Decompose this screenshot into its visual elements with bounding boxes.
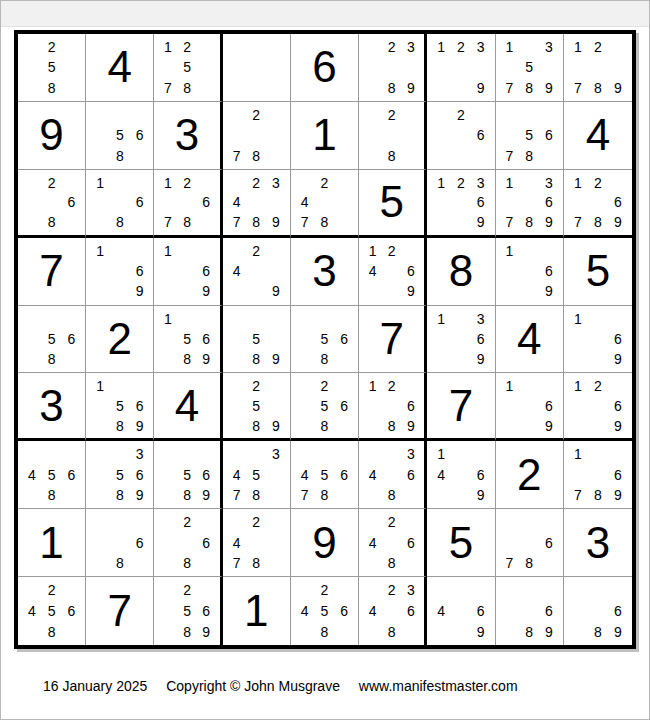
candidate-digit: 2 <box>246 173 266 193</box>
candidate-digit: 8 <box>382 145 401 165</box>
candidate-digit: 1 <box>158 37 177 57</box>
candidate-grid: 28 <box>359 102 424 169</box>
cell-r1c3[interactable]: 12578 <box>154 34 222 102</box>
candidate-digit: 8 <box>42 621 62 642</box>
candidate-digit: 3 <box>539 37 559 57</box>
candidate-digit: 8 <box>110 553 130 573</box>
cell-r6c8[interactable]: 169 <box>496 373 564 441</box>
candidate-digit: 4 <box>295 192 315 212</box>
cell-r4c8[interactable]: 169 <box>496 238 564 306</box>
candidate-digit: 6 <box>471 329 491 349</box>
cell-r6c6[interactable]: 12689 <box>359 373 427 441</box>
given-digit: 7 <box>86 577 153 645</box>
candidate-grid: 12469 <box>359 238 424 305</box>
candidate-digit: 8 <box>246 349 266 369</box>
cell-r7c9[interactable]: 16789 <box>564 441 632 509</box>
candidate-digit: 6 <box>334 329 354 349</box>
cell-r1c9[interactable]: 12789 <box>564 34 632 102</box>
candidate-digit: 9 <box>471 78 491 98</box>
candidate-digit: 5 <box>42 57 62 77</box>
cell-r7c1[interactable]: 4568 <box>18 441 86 509</box>
candidate-grid: 169 <box>564 306 632 373</box>
cell-r8c5[interactable]: 9 <box>291 509 359 577</box>
candidate-digit: 2 <box>382 241 401 261</box>
cell-r3c5[interactable]: 2478 <box>291 170 359 238</box>
given-digit: 3 <box>291 238 358 305</box>
candidate-digit: 9 <box>471 212 491 232</box>
candidate-digit: 9 <box>401 78 420 98</box>
candidate-grid: 35689 <box>86 441 153 508</box>
candidate-digit: 7 <box>568 78 588 98</box>
candidate-digit: 8 <box>246 212 266 232</box>
candidate-digit: 2 <box>246 105 266 125</box>
candidate-digit: 5 <box>110 396 130 416</box>
cell-r3c6[interactable]: 5 <box>359 170 427 238</box>
candidate-grid: 258 <box>18 34 85 101</box>
candidate-digit: 5 <box>246 396 266 416</box>
candidate-digit: 8 <box>519 145 539 165</box>
candidate-digit: 4 <box>227 192 247 212</box>
candidate-digit: 2 <box>315 376 335 396</box>
candidate-grid: 45678 <box>291 441 358 508</box>
cell-r1c7[interactable]: 1239 <box>427 34 495 102</box>
candidate-digit: 1 <box>158 173 177 193</box>
given-digit: 7 <box>359 306 424 373</box>
given-digit: 1 <box>291 102 358 169</box>
puzzle-page: 2584125786238912391357891278995683278128… <box>0 0 650 720</box>
cell-r5c3[interactable]: 15689 <box>154 306 222 374</box>
cell-r3c3[interactable]: 12678 <box>154 170 222 238</box>
cell-r6c4[interactable]: 2589 <box>223 373 291 441</box>
cell-r8c8[interactable]: 678 <box>496 509 564 577</box>
cell-r2c3[interactable]: 3 <box>154 102 222 170</box>
cell-r1c5[interactable]: 6 <box>291 34 359 102</box>
candidate-digit: 1 <box>431 309 451 329</box>
cell-r6c7[interactable]: 7 <box>427 373 495 441</box>
candidate-digit: 8 <box>315 621 335 642</box>
candidate-grid: 25689 <box>154 577 219 645</box>
candidate-digit: 5 <box>178 57 197 77</box>
candidate-digit: 1 <box>568 173 588 193</box>
candidate-digit: 8 <box>246 485 266 505</box>
cell-r4c2[interactable]: 169 <box>86 238 154 306</box>
cell-r5c7[interactable]: 1369 <box>427 306 495 374</box>
candidate-grid: 24568 <box>18 577 85 645</box>
candidate-digit: 1 <box>158 241 177 261</box>
candidate-digit: 5 <box>246 465 266 485</box>
candidate-digit: 9 <box>471 485 491 505</box>
given-digit: 7 <box>427 373 494 438</box>
candidate-digit: 1 <box>500 173 520 193</box>
candidate-digit: 4 <box>363 261 382 281</box>
cell-r2c2[interactable]: 568 <box>86 102 154 170</box>
candidate-digit: 1 <box>568 37 588 57</box>
candidate-digit: 6 <box>608 396 628 416</box>
candidate-grid: 15689 <box>86 373 153 438</box>
given-digit: 6 <box>291 34 358 101</box>
candidate-digit: 7 <box>158 78 177 98</box>
candidate-digit: 3 <box>266 444 286 464</box>
candidate-digit: 5 <box>110 465 130 485</box>
candidate-digit: 6 <box>539 125 559 145</box>
cell-r9c6[interactable]: 23468 <box>359 577 427 645</box>
candidate-digit: 8 <box>382 485 401 505</box>
cell-r7c3[interactable]: 5689 <box>154 441 222 509</box>
candidate-digit: 1 <box>500 241 520 261</box>
cell-r4c3[interactable]: 169 <box>154 238 222 306</box>
candidate-digit: 1 <box>568 376 588 396</box>
cell-r2c1[interactable]: 9 <box>18 102 86 170</box>
candidate-digit: 2 <box>42 580 62 601</box>
candidate-digit: 9 <box>608 485 628 505</box>
cell-r3c4[interactable]: 234789 <box>223 170 291 238</box>
candidate-digit: 8 <box>178 78 197 98</box>
candidate-digit: 6 <box>539 192 559 212</box>
candidate-digit: 6 <box>61 601 81 622</box>
cell-r8c3[interactable]: 268 <box>154 509 222 577</box>
candidate-digit: 9 <box>539 416 559 436</box>
candidate-grid: 278 <box>223 102 290 169</box>
cell-r1c6[interactable]: 2389 <box>359 34 427 102</box>
candidate-grid: 12578 <box>154 34 219 101</box>
cell-r7c7[interactable]: 1469 <box>427 441 495 509</box>
candidate-digit: 1 <box>90 376 110 396</box>
candidate-digit: 5 <box>110 125 130 145</box>
candidate-grid: 169 <box>496 373 563 438</box>
candidate-digit: 2 <box>382 37 401 57</box>
candidate-digit: 6 <box>130 261 150 281</box>
cell-r1c4[interactable] <box>223 34 291 102</box>
cell-r1c1[interactable]: 258 <box>18 34 86 102</box>
given-digit: 5 <box>427 509 494 576</box>
cell-r9c1[interactable]: 24568 <box>18 577 86 645</box>
candidate-digit: 8 <box>42 212 62 232</box>
cell-r8c1[interactable]: 1 <box>18 509 86 577</box>
candidate-digit: 4 <box>22 601 42 622</box>
cell-r8c9[interactable]: 3 <box>564 509 632 577</box>
given-digit: 5 <box>359 170 424 235</box>
candidate-digit: 9 <box>608 212 628 232</box>
candidate-grid: 169 <box>154 238 219 305</box>
cell-r4c6[interactable]: 12469 <box>359 238 427 306</box>
candidate-grid: 268 <box>154 509 219 576</box>
cell-r5c4[interactable]: 589 <box>223 306 291 374</box>
candidate-grid: 68 <box>86 509 153 576</box>
candidate-digit: 8 <box>315 416 335 436</box>
candidate-digit: 6 <box>401 601 420 622</box>
candidate-digit: 7 <box>227 212 247 232</box>
candidate-digit: 5 <box>315 465 335 485</box>
cell-r3c2[interactable]: 168 <box>86 170 154 238</box>
candidate-grid: 678 <box>496 509 563 576</box>
candidate-digit: 9 <box>608 78 628 98</box>
cell-r2c5[interactable]: 1 <box>291 102 359 170</box>
candidate-digit: 4 <box>295 601 315 622</box>
given-digit: 1 <box>18 509 85 576</box>
candidate-digit: 7 <box>158 212 177 232</box>
candidate-grid: 4568 <box>18 441 85 508</box>
candidate-digit: 6 <box>61 465 81 485</box>
cell-r1c8[interactable]: 135789 <box>496 34 564 102</box>
candidate-digit: 1 <box>90 241 110 261</box>
candidate-digit: 5 <box>178 465 197 485</box>
candidate-digit: 1 <box>500 37 520 57</box>
candidate-digit: 8 <box>246 145 266 165</box>
candidate-digit: 6 <box>539 396 559 416</box>
candidate-digit: 6 <box>197 533 216 553</box>
given-digit: 5 <box>564 238 632 305</box>
cell-r2c8[interactable]: 5678 <box>496 102 564 170</box>
candidate-digit: 9 <box>266 416 286 436</box>
candidate-digit: 7 <box>295 212 315 232</box>
candidate-digit: 6 <box>130 533 150 553</box>
candidate-digit: 6 <box>197 261 216 281</box>
candidate-digit: 6 <box>471 125 491 145</box>
candidate-grid: 169 <box>496 238 563 305</box>
candidate-digit: 3 <box>471 173 491 193</box>
candidate-digit: 8 <box>110 145 130 165</box>
given-digit: 1 <box>223 577 290 645</box>
cell-r7c6[interactable]: 3468 <box>359 441 427 509</box>
candidate-digit: 6 <box>539 533 559 553</box>
candidate-digit: 8 <box>519 621 539 642</box>
candidate-digit: 4 <box>431 465 451 485</box>
cell-r5c8[interactable]: 4 <box>496 306 564 374</box>
candidate-digit: 6 <box>61 192 81 212</box>
candidate-digit: 3 <box>539 173 559 193</box>
candidate-digit: 2 <box>246 376 266 396</box>
candidate-digit: 6 <box>401 261 420 281</box>
candidate-digit: 7 <box>568 212 588 232</box>
candidate-digit: 1 <box>431 37 451 57</box>
cell-r9c9[interactable]: 689 <box>564 577 632 645</box>
candidate-grid: 34578 <box>223 441 290 508</box>
cell-r6c5[interactable]: 2568 <box>291 373 359 441</box>
candidate-digit: 6 <box>608 329 628 349</box>
candidate-digit: 6 <box>61 329 81 349</box>
candidate-grid: 135789 <box>496 34 563 101</box>
candidate-grid: 1369 <box>427 306 494 373</box>
candidate-digit: 6 <box>334 601 354 622</box>
candidate-grid: 169 <box>86 238 153 305</box>
candidate-digit: 3 <box>401 580 420 601</box>
candidate-grid: 15689 <box>154 306 219 373</box>
given-digit: 9 <box>18 102 85 169</box>
candidate-digit: 8 <box>178 349 197 369</box>
candidate-grid: 689 <box>564 577 632 645</box>
candidate-digit: 4 <box>363 533 382 553</box>
given-digit: 2 <box>86 306 153 373</box>
candidate-digit: 5 <box>246 329 266 349</box>
candidate-digit: 4 <box>22 465 42 485</box>
candidate-digit: 2 <box>382 512 401 532</box>
candidate-grid: 234789 <box>223 170 290 235</box>
candidate-digit: 9 <box>608 349 628 369</box>
footer-date: 16 January 2025 <box>43 678 147 694</box>
candidate-digit: 3 <box>266 173 286 193</box>
candidate-digit: 5 <box>315 329 335 349</box>
candidate-digit: 2 <box>246 512 266 532</box>
candidate-digit: 5 <box>519 125 539 145</box>
candidate-digit: 6 <box>608 465 628 485</box>
candidate-digit: 8 <box>42 485 62 505</box>
candidate-grid: 26 <box>427 102 494 169</box>
candidate-digit: 4 <box>227 533 247 553</box>
candidate-grid: 568 <box>86 102 153 169</box>
candidate-digit: 2 <box>588 376 608 396</box>
cell-r9c5[interactable]: 24568 <box>291 577 359 645</box>
candidate-digit: 6 <box>401 533 420 553</box>
candidate-grid: 23468 <box>359 577 424 645</box>
candidate-digit: 8 <box>382 78 401 98</box>
candidate-grid: 589 <box>223 306 290 373</box>
candidate-digit: 9 <box>130 416 150 436</box>
cell-r8c7[interactable]: 5 <box>427 509 495 577</box>
candidate-digit: 5 <box>315 396 335 416</box>
given-digit: 4 <box>86 34 153 101</box>
candidate-digit: 6 <box>197 465 216 485</box>
candidate-digit: 8 <box>110 416 130 436</box>
cell-r7c2[interactable]: 35689 <box>86 441 154 509</box>
candidate-grid: 1239 <box>427 34 494 101</box>
candidate-digit: 8 <box>178 212 197 232</box>
cell-r3c7[interactable]: 12369 <box>427 170 495 238</box>
cell-r8c6[interactable]: 2468 <box>359 509 427 577</box>
candidate-digit: 8 <box>382 416 401 436</box>
candidate-digit: 9 <box>539 281 559 301</box>
cell-r5c2[interactable]: 2 <box>86 306 154 374</box>
cell-r4c9[interactable]: 5 <box>564 238 632 306</box>
candidate-digit: 2 <box>315 173 335 193</box>
candidate-digit: 8 <box>178 553 197 573</box>
candidate-digit: 2 <box>42 37 62 57</box>
candidate-digit: 2 <box>588 173 608 193</box>
candidate-grid: 2468 <box>359 509 424 576</box>
cell-r5c5[interactable]: 568 <box>291 306 359 374</box>
cell-r2c6[interactable]: 28 <box>359 102 427 170</box>
candidate-digit: 6 <box>197 192 216 212</box>
candidate-grid: 568 <box>291 306 358 373</box>
cell-r9c8[interactable]: 689 <box>496 577 564 645</box>
cell-r6c3[interactable]: 4 <box>154 373 222 441</box>
cell-r7c5[interactable]: 45678 <box>291 441 359 509</box>
cell-r3c8[interactable]: 136789 <box>496 170 564 238</box>
candidate-digit: 6 <box>401 465 420 485</box>
cell-r3c1[interactable]: 268 <box>18 170 86 238</box>
cell-r4c4[interactable]: 249 <box>223 238 291 306</box>
candidate-digit: 1 <box>363 376 382 396</box>
candidate-digit: 7 <box>227 145 247 165</box>
cell-r9c3[interactable]: 25689 <box>154 577 222 645</box>
cell-r6c2[interactable]: 15689 <box>86 373 154 441</box>
cell-r4c1[interactable]: 7 <box>18 238 86 306</box>
candidate-digit: 7 <box>227 485 247 505</box>
cell-r5c6[interactable]: 7 <box>359 306 427 374</box>
candidate-grid: 268 <box>18 170 85 235</box>
candidate-digit: 5 <box>178 601 197 622</box>
footer-website: www.manifestmaster.com <box>359 678 518 694</box>
candidate-digit: 8 <box>588 485 608 505</box>
candidate-digit: 5 <box>42 329 62 349</box>
candidate-digit: 9 <box>471 349 491 369</box>
candidate-digit: 9 <box>197 349 216 369</box>
given-digit: 8 <box>427 238 494 305</box>
given-digit: 9 <box>291 509 358 576</box>
candidate-grid: 2389 <box>359 34 424 101</box>
candidate-digit: 1 <box>90 173 110 193</box>
candidate-digit: 8 <box>588 621 608 642</box>
cell-r6c9[interactable]: 1269 <box>564 373 632 441</box>
candidate-digit: 7 <box>500 145 520 165</box>
cell-r9c4[interactable]: 1 <box>223 577 291 645</box>
candidate-digit: 4 <box>295 465 315 485</box>
cell-r4c7[interactable]: 8 <box>427 238 495 306</box>
candidate-digit: 9 <box>608 621 628 642</box>
candidate-digit: 3 <box>471 309 491 329</box>
cell-r8c2[interactable]: 68 <box>86 509 154 577</box>
cell-r8c4[interactable]: 2478 <box>223 509 291 577</box>
candidate-digit: 7 <box>227 553 247 573</box>
given-digit: 2 <box>496 441 563 508</box>
candidate-digit: 7 <box>500 553 520 573</box>
candidate-digit: 1 <box>431 173 451 193</box>
cell-r9c7[interactable]: 469 <box>427 577 495 645</box>
candidate-digit: 8 <box>519 212 539 232</box>
cell-r7c8[interactable]: 2 <box>496 441 564 509</box>
cell-r6c1[interactable]: 3 <box>18 373 86 441</box>
given-digit: 7 <box>18 238 85 305</box>
cell-r2c9[interactable]: 4 <box>564 102 632 170</box>
candidate-digit: 6 <box>197 329 216 349</box>
candidate-digit: 2 <box>315 580 335 601</box>
candidate-grid: 12789 <box>564 34 632 101</box>
candidate-digit: 9 <box>266 281 286 301</box>
candidate-grid: 136789 <box>496 170 563 235</box>
given-digit: 4 <box>496 306 563 373</box>
candidate-digit: 1 <box>431 444 451 464</box>
candidate-grid: 12369 <box>427 170 494 235</box>
candidate-digit: 2 <box>178 580 197 601</box>
candidate-digit: 3 <box>471 37 491 57</box>
candidate-digit: 6 <box>130 465 150 485</box>
cell-r5c9[interactable]: 169 <box>564 306 632 374</box>
candidate-grid: 469 <box>427 577 494 645</box>
candidate-digit: 8 <box>178 485 197 505</box>
candidate-digit: 8 <box>246 553 266 573</box>
cell-r7c4[interactable]: 34578 <box>223 441 291 509</box>
cell-r4c5[interactable]: 3 <box>291 238 359 306</box>
candidate-digit: 6 <box>130 192 150 212</box>
candidate-digit: 3 <box>401 444 420 464</box>
cell-r2c7[interactable]: 26 <box>427 102 495 170</box>
given-digit: 4 <box>154 373 219 438</box>
candidate-digit: 2 <box>178 173 197 193</box>
candidate-digit: 6 <box>539 601 559 622</box>
candidate-grid: 168 <box>86 170 153 235</box>
cell-r5c1[interactable]: 568 <box>18 306 86 374</box>
cell-r9c2[interactable]: 7 <box>86 577 154 645</box>
candidate-digit: 3 <box>401 37 420 57</box>
candidate-digit: 7 <box>568 485 588 505</box>
cell-r3c9[interactable]: 126789 <box>564 170 632 238</box>
candidate-grid: 249 <box>223 238 290 305</box>
candidate-digit: 1 <box>568 444 588 464</box>
cell-r1c2[interactable]: 4 <box>86 34 154 102</box>
candidate-digit: 9 <box>266 349 286 369</box>
candidate-grid: 5689 <box>154 441 219 508</box>
candidate-digit: 2 <box>42 173 62 193</box>
cell-r2c4[interactable]: 278 <box>223 102 291 170</box>
